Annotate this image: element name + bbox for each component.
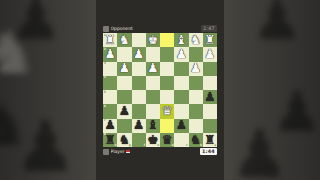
- square-b7[interactable]: [189, 119, 203, 133]
- square-a6[interactable]: [203, 104, 217, 118]
- background-blur-right: [224, 0, 320, 180]
- rank-label: 2: [104, 48, 106, 51]
- square-f1[interactable]: [132, 33, 146, 47]
- square-g1[interactable]: ♞: [117, 33, 131, 47]
- player-clock: 1:44: [200, 148, 217, 154]
- rank-label: 6: [104, 105, 106, 108]
- square-h1[interactable]: 1♜: [103, 33, 117, 47]
- black-pawn[interactable]: ♟: [133, 119, 144, 132]
- square-b8[interactable]: b♞: [189, 133, 203, 147]
- rank-label: 7: [104, 119, 106, 122]
- square-b1[interactable]: ♞: [189, 33, 203, 47]
- player-name: Player: [111, 149, 125, 154]
- white-pawn[interactable]: ♟: [147, 62, 158, 75]
- square-h8[interactable]: 8h♜: [103, 133, 117, 147]
- square-h3[interactable]: 3: [103, 62, 117, 76]
- square-b5[interactable]: [189, 90, 203, 104]
- white-rook[interactable]: ♜: [204, 34, 215, 47]
- white-pawn[interactable]: ♟: [119, 62, 130, 75]
- rank-label: 3: [104, 62, 106, 65]
- rank-label: 1: [104, 34, 106, 37]
- file-label: d: [171, 144, 173, 147]
- blurred-pawn-icon: [252, 0, 302, 48]
- black-pawn[interactable]: ♟: [176, 119, 187, 132]
- chess-board: 1♜♞♚♝♞♜2♟♟♟♟3♟♟♟45♟6♟♛7♟♟♝♟8h♜g♞fe♚d♛cb♞…: [103, 33, 217, 147]
- square-e5[interactable]: [146, 90, 160, 104]
- square-a5[interactable]: ♟: [203, 90, 217, 104]
- blurred-pawn-icon: [14, 112, 77, 180]
- square-g2[interactable]: [117, 47, 131, 61]
- square-g3[interactable]: ♟: [117, 62, 131, 76]
- square-b2[interactable]: [189, 47, 203, 61]
- white-pawn[interactable]: ♟: [176, 48, 187, 61]
- square-f5[interactable]: [132, 90, 146, 104]
- square-b3[interactable]: ♟: [189, 62, 203, 76]
- square-c7[interactable]: ♟: [174, 119, 188, 133]
- square-g8[interactable]: g♞: [117, 133, 131, 147]
- square-d6[interactable]: ♛: [160, 104, 174, 118]
- square-h2[interactable]: 2♟: [103, 47, 117, 61]
- square-c8[interactable]: c: [174, 133, 188, 147]
- chess-app: Opponent 1:47 1♜♞♚♝♞♜2♟♟♟♟3♟♟♟45♟6♟♛7♟♟♝…: [96, 0, 224, 180]
- blurred-pawn-icon: [230, 122, 289, 180]
- white-rook[interactable]: ♜: [105, 34, 116, 47]
- square-e3[interactable]: ♟: [146, 62, 160, 76]
- white-pawn[interactable]: ♟: [133, 48, 144, 61]
- file-label: h: [114, 144, 116, 147]
- black-pawn[interactable]: ♟: [204, 91, 215, 104]
- square-a1[interactable]: ♜: [203, 33, 217, 47]
- square-c2[interactable]: ♟: [174, 47, 188, 61]
- file-label: e: [157, 144, 159, 147]
- square-a2[interactable]: ♟: [203, 47, 217, 61]
- square-c4[interactable]: [174, 76, 188, 90]
- top-player-bar: Opponent 1:47: [103, 25, 217, 33]
- square-d8[interactable]: d♛: [160, 133, 174, 147]
- blurred-knight-icon: [0, 22, 38, 82]
- rank-label: 8: [104, 133, 106, 136]
- opponent-name: Opponent: [111, 26, 133, 31]
- black-pawn[interactable]: ♟: [105, 119, 116, 132]
- square-a8[interactable]: a♜: [203, 133, 217, 147]
- square-g6[interactable]: ♟: [117, 104, 131, 118]
- black-pawn[interactable]: ♟: [119, 105, 130, 118]
- square-c3[interactable]: [174, 62, 188, 76]
- square-f8[interactable]: f: [132, 133, 146, 147]
- opponent-avatar: [103, 26, 109, 32]
- square-b4[interactable]: [189, 76, 203, 90]
- white-pawn[interactable]: ♟: [204, 48, 215, 61]
- rank-label: 5: [104, 91, 106, 94]
- square-f6[interactable]: [132, 104, 146, 118]
- square-h4[interactable]: 4: [103, 76, 117, 90]
- square-e4[interactable]: [146, 76, 160, 90]
- square-f3[interactable]: [132, 62, 146, 76]
- square-d4[interactable]: [160, 76, 174, 90]
- square-f7[interactable]: ♟: [132, 119, 146, 133]
- square-e8[interactable]: e♚: [146, 133, 160, 147]
- square-d5[interactable]: [160, 90, 174, 104]
- black-bishop[interactable]: ♝: [147, 119, 158, 132]
- square-a4[interactable]: [203, 76, 217, 90]
- square-a3[interactable]: [203, 62, 217, 76]
- square-h7[interactable]: 7♟: [103, 119, 117, 133]
- square-c6[interactable]: [174, 104, 188, 118]
- rank-label: 4: [104, 76, 106, 79]
- square-e2[interactable]: [146, 47, 160, 61]
- square-d3[interactable]: [160, 62, 174, 76]
- white-king[interactable]: ♚: [147, 34, 158, 47]
- square-g5[interactable]: [117, 90, 131, 104]
- file-label: g: [129, 144, 131, 147]
- square-d7[interactable]: [160, 119, 174, 133]
- square-f4[interactable]: [132, 76, 146, 90]
- square-g4[interactable]: [117, 76, 131, 90]
- white-queen[interactable]: ♛: [162, 105, 173, 118]
- white-knight[interactable]: ♞: [119, 34, 130, 47]
- player-flag-icon: [126, 150, 130, 153]
- square-a7[interactable]: [203, 119, 217, 133]
- square-d2[interactable]: [160, 47, 174, 61]
- white-knight[interactable]: ♞: [190, 34, 201, 47]
- square-c1[interactable]: ♝: [174, 33, 188, 47]
- square-e1[interactable]: ♚: [146, 33, 160, 47]
- opponent-clock: 1:47: [201, 25, 217, 31]
- square-h6[interactable]: 6: [103, 104, 117, 118]
- white-bishop[interactable]: ♝: [176, 34, 187, 47]
- square-f2[interactable]: ♟: [132, 47, 146, 61]
- square-d1[interactable]: [160, 33, 174, 47]
- player-avatar: [103, 149, 109, 155]
- white-pawn[interactable]: ♟: [105, 48, 116, 61]
- square-e6[interactable]: [146, 104, 160, 118]
- square-g7[interactable]: [117, 119, 131, 133]
- square-h5[interactable]: 5: [103, 90, 117, 104]
- bottom-player-bar: Player 1:44: [103, 148, 217, 156]
- background-blur-left: [0, 0, 96, 180]
- file-label: b: [200, 144, 202, 147]
- square-e7[interactable]: ♝: [146, 119, 160, 133]
- file-label: a: [214, 144, 216, 147]
- video-frame: Opponent 1:47 1♜♞♚♝♞♜2♟♟♟♟3♟♟♟45♟6♟♛7♟♟♝…: [0, 0, 320, 180]
- square-b6[interactable]: [189, 104, 203, 118]
- white-pawn[interactable]: ♟: [190, 62, 201, 75]
- square-c5[interactable]: [174, 90, 188, 104]
